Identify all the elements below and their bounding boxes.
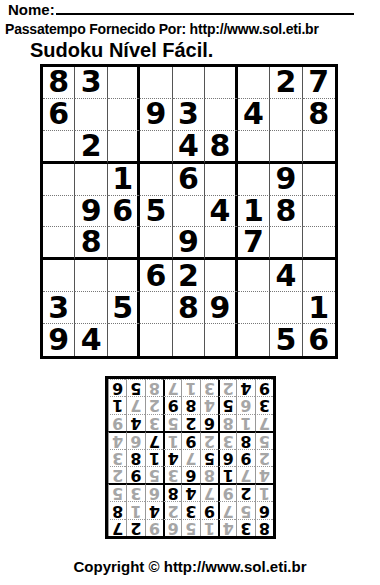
sudoku-cell-r6c8 — [270, 227, 302, 260]
sudoku-cell-r4c8: 9 — [270, 164, 302, 196]
sudoku-cell-r6c4 — [140, 227, 172, 260]
solution-cell-r2c9: 8 — [108, 501, 126, 518]
name-underline — [56, 1, 354, 15]
solution-cell-r1c4: 1 — [200, 519, 218, 536]
solution-cell-r8c1: 3 — [255, 396, 273, 413]
sudoku-cell-r7c4: 6 — [140, 260, 172, 292]
sudoku-cell-r9c6 — [205, 324, 237, 356]
solution-cell-r1c6: 6 — [163, 519, 181, 536]
sudoku-cell-r2c2 — [75, 99, 107, 131]
sudoku-cell-r8c6: 9 — [205, 292, 237, 324]
solution-cell-r3c6: 8 — [163, 483, 181, 501]
sudoku-cell-r9c3 — [108, 324, 140, 356]
sudoku-cell-r9c1: 9 — [43, 324, 75, 356]
solution-cell-r7c4: 6 — [200, 414, 218, 431]
sudoku-cell-r8c5: 8 — [173, 292, 205, 324]
sudoku-cell-r6c9 — [303, 227, 335, 260]
sudoku-cell-r7c9 — [303, 260, 335, 292]
sudoku-cell-r8c3: 5 — [108, 292, 140, 324]
sudoku-cell-r6c5: 9 — [173, 227, 205, 260]
solution-cell-r5c5: 7 — [181, 449, 199, 466]
solution-cell-r6c8: 6 — [126, 431, 144, 449]
sudoku-cell-r3c2: 2 — [75, 131, 107, 164]
solution-cell-r7c6: 5 — [163, 414, 181, 431]
solution-cell-r8c6: 9 — [163, 396, 181, 413]
solution-cell-r3c5: 4 — [181, 483, 199, 501]
sudoku-cell-r6c3 — [108, 227, 140, 260]
solution-cell-r7c5: 2 — [181, 414, 199, 431]
sudoku-cell-r1c2: 3 — [75, 67, 107, 99]
sudoku-cell-r9c5 — [173, 324, 205, 356]
sudoku-cell-r2c4: 9 — [140, 99, 172, 131]
sudoku-cell-r2c9: 8 — [303, 99, 335, 131]
sudoku-cell-r1c8: 2 — [270, 67, 302, 99]
solution-cell-r1c8: 2 — [126, 519, 144, 536]
sudoku-cell-r7c2 — [75, 260, 107, 292]
solution-cell-r2c8: 1 — [126, 501, 144, 518]
solution-cell-r7c9: 9 — [108, 414, 126, 431]
solution-cell-r3c8: 3 — [126, 483, 144, 501]
solution-cell-r2c5: 3 — [181, 501, 199, 518]
sudoku-cell-r7c6 — [205, 260, 237, 292]
solution-cell-r8c2: 6 — [236, 396, 254, 413]
solution-cell-r4c6: 3 — [163, 466, 181, 483]
solution-cell-r2c2: 5 — [236, 501, 254, 518]
sudoku-cell-r2c1: 6 — [43, 99, 75, 131]
sudoku-cell-r1c4 — [140, 67, 172, 99]
sudoku-cell-r5c9 — [303, 196, 335, 228]
sudoku-cell-r3c7 — [238, 131, 270, 164]
sudoku-cell-r7c3 — [108, 260, 140, 292]
solution-cell-r9c4: 3 — [200, 379, 218, 396]
solution-cell-r4c7: 5 — [145, 466, 163, 483]
sudoku-cell-r3c3 — [108, 131, 140, 164]
solution-cell-r7c1: 7 — [255, 414, 273, 431]
sudoku-cell-r6c6 — [205, 227, 237, 260]
sudoku-cell-r1c3 — [108, 67, 140, 99]
solution-cell-r4c8: 9 — [126, 466, 144, 483]
sudoku-cell-r5c4: 5 — [140, 196, 172, 228]
solution-cell-r6c5: 9 — [181, 431, 199, 449]
sudoku-cell-r8c8 — [270, 292, 302, 324]
solution-cell-r4c3: 1 — [218, 466, 236, 483]
solution-cell-r5c9: 3 — [108, 449, 126, 466]
solution-cell-r7c3: 8 — [218, 414, 236, 431]
solution-cell-r6c2: 8 — [236, 431, 254, 449]
sudoku-cell-r8c4 — [140, 292, 172, 324]
solution-cell-r8c9: 1 — [108, 396, 126, 413]
solution-cell-r4c2: 7 — [236, 466, 254, 483]
solution-cell-r3c7: 6 — [145, 483, 163, 501]
sudoku-cell-r9c9: 6 — [303, 324, 335, 356]
sudoku-cell-r3c4 — [140, 131, 172, 164]
sudoku-cell-r5c7: 1 — [238, 196, 270, 228]
sudoku-cell-r5c6: 4 — [205, 196, 237, 228]
sudoku-cell-r1c1: 8 — [43, 67, 75, 99]
solution-cell-r2c6: 2 — [163, 501, 181, 518]
sudoku-cell-r3c1 — [43, 131, 75, 164]
solution-board-rotated: 8341569276579324181297486354718635922965… — [105, 376, 276, 539]
sudoku-cell-r4c3: 1 — [108, 164, 140, 196]
solution-cell-r9c7: 8 — [145, 379, 163, 396]
solution-cell-r3c9: 5 — [108, 483, 126, 501]
solution-cell-r2c7: 4 — [145, 501, 163, 518]
solution-cell-r7c7: 3 — [145, 414, 163, 431]
solution-cell-r4c1: 4 — [255, 466, 273, 483]
solution-cell-r6c1: 5 — [255, 431, 273, 449]
solution-cell-r8c5: 8 — [181, 396, 199, 413]
solution-cell-r1c2: 3 — [236, 519, 254, 536]
solution-cell-r9c5: 1 — [181, 379, 199, 396]
solution-cell-r5c8: 8 — [126, 449, 144, 466]
solution-cell-r9c9: 6 — [108, 379, 126, 396]
solution-cell-r5c2: 9 — [236, 449, 254, 466]
sudoku-cell-r2c8 — [270, 99, 302, 131]
solution-cell-r1c7: 9 — [145, 519, 163, 536]
solution-cell-r8c3: 5 — [218, 396, 236, 413]
sudoku-cell-r7c5: 2 — [173, 260, 205, 292]
sudoku-cell-r8c7 — [238, 292, 270, 324]
sudoku-cell-r8c1: 3 — [43, 292, 75, 324]
solution-cell-r5c4: 5 — [200, 449, 218, 466]
solution-cell-r6c9: 4 — [108, 431, 126, 449]
sudoku-cell-r3c6: 8 — [205, 131, 237, 164]
sudoku-cell-r1c7 — [238, 67, 270, 99]
sudoku-cell-r5c8: 8 — [270, 196, 302, 228]
sudoku-cell-r6c1 — [43, 227, 75, 260]
sudoku-cell-r7c8: 4 — [270, 260, 302, 292]
solution-cell-r3c4: 7 — [200, 483, 218, 501]
solution-cell-r7c8: 4 — [126, 414, 144, 431]
sudoku-cell-r8c2 — [75, 292, 107, 324]
solution-cell-r4c4: 8 — [200, 466, 218, 483]
sudoku-board: 832769348248169965418897624358919456 — [40, 64, 338, 359]
sudoku-cell-r1c9: 7 — [303, 67, 335, 99]
sudoku-cell-r1c6 — [205, 67, 237, 99]
solution-cell-r8c8: 7 — [126, 396, 144, 413]
solution-cell-r4c9: 2 — [108, 466, 126, 483]
solution-cell-r6c4: 2 — [200, 431, 218, 449]
solution-cell-r6c6: 1 — [163, 431, 181, 449]
solution-cell-r5c1: 2 — [255, 449, 273, 466]
solution-cell-r9c3: 2 — [218, 379, 236, 396]
solution-cell-r2c3: 7 — [218, 501, 236, 518]
solution-cell-r7c2: 1 — [236, 414, 254, 431]
sudoku-cell-r4c4 — [140, 164, 172, 196]
name-row: Nome: — [8, 1, 354, 18]
sudoku-cell-r6c7: 7 — [238, 227, 270, 260]
solution-cell-r3c1: 1 — [255, 483, 273, 501]
sudoku-cell-r2c6 — [205, 99, 237, 131]
sudoku-cell-r9c2: 4 — [75, 324, 107, 356]
sudoku-cell-r1c5 — [173, 67, 205, 99]
sudoku-cell-r4c7 — [238, 164, 270, 196]
copyright-text: Copyright © http://www.sol.eti.br — [0, 558, 380, 575]
sudoku-cell-r5c1 — [43, 196, 75, 228]
solution-cell-r9c8: 5 — [126, 379, 144, 396]
solution-cell-r9c6: 7 — [163, 379, 181, 396]
solution-cell-r1c5: 5 — [181, 519, 199, 536]
sudoku-cell-r2c3 — [108, 99, 140, 131]
solution-cell-r5c6: 4 — [163, 449, 181, 466]
sudoku-cell-r7c1 — [43, 260, 75, 292]
solution-cell-r6c7: 7 — [145, 431, 163, 449]
solution-cell-r2c1: 6 — [255, 501, 273, 518]
sudoku-cell-r4c9 — [303, 164, 335, 196]
name-label: Nome: — [8, 1, 55, 18]
sudoku-cell-r4c2 — [75, 164, 107, 196]
solution-cell-r9c1: 9 — [255, 379, 273, 396]
solution-cell-r2c4: 9 — [200, 501, 218, 518]
sudoku-cell-r4c5: 6 — [173, 164, 205, 196]
sudoku-cell-r2c7: 4 — [238, 99, 270, 131]
sudoku-cell-r5c2: 9 — [75, 196, 107, 228]
solution-cell-r5c7: 1 — [145, 449, 163, 466]
provided-by-text: Passatempo Fornecido Por: http://www.sol… — [5, 21, 319, 37]
page-title: Sudoku Nível Fácil. — [30, 39, 213, 62]
solution-cell-r8c7: 2 — [145, 396, 163, 413]
sudoku-cell-r9c7 — [238, 324, 270, 356]
solution-cell-r1c1: 8 — [255, 519, 273, 536]
sudoku-cell-r4c6 — [205, 164, 237, 196]
sudoku-cell-r4c1 — [43, 164, 75, 196]
sudoku-cell-r3c8 — [270, 131, 302, 164]
sudoku-cell-r5c5 — [173, 196, 205, 228]
sudoku-cell-r8c9: 1 — [303, 292, 335, 324]
sudoku-cell-r2c5: 3 — [173, 99, 205, 131]
solution-cell-r1c9: 7 — [108, 519, 126, 536]
sudoku-cell-r9c8: 5 — [270, 324, 302, 356]
solution-cell-r1c3: 4 — [218, 519, 236, 536]
solution-cell-r8c4: 4 — [200, 396, 218, 413]
sudoku-cell-r3c9 — [303, 131, 335, 164]
solution-cell-r9c2: 4 — [236, 379, 254, 396]
sudoku-cell-r6c2: 8 — [75, 227, 107, 260]
solution-cell-r5c3: 6 — [218, 449, 236, 466]
sudoku-cell-r5c3: 6 — [108, 196, 140, 228]
solution-cell-r4c5: 6 — [181, 466, 199, 483]
page: Nome: Passatempo Fornecido Por: http://w… — [0, 0, 380, 585]
solution-cell-r3c3: 9 — [218, 483, 236, 501]
sudoku-cell-r3c5: 4 — [173, 131, 205, 164]
solution-cell-r3c2: 2 — [236, 483, 254, 501]
sudoku-cell-r7c7 — [238, 260, 270, 292]
solution-cell-r6c3: 3 — [218, 431, 236, 449]
sudoku-cell-r9c4 — [140, 324, 172, 356]
